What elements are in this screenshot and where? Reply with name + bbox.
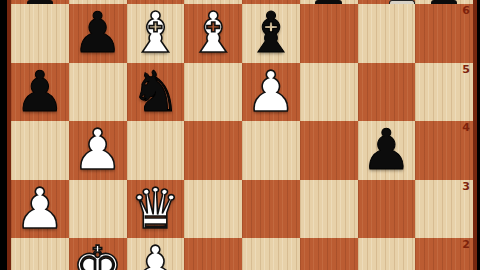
square-f3[interactable] bbox=[300, 180, 358, 239]
piece-white-king-b2[interactable]: ♚ bbox=[69, 238, 127, 270]
piece-black-bishop-e6[interactable]: ♝ bbox=[242, 4, 300, 62]
square-d3[interactable] bbox=[184, 180, 242, 239]
square-b2[interactable]: ♚ bbox=[69, 238, 127, 270]
square-c2[interactable]: ♟ bbox=[127, 238, 185, 270]
piece-white-bishop-d6[interactable]: ♝ bbox=[184, 4, 242, 62]
square-d2[interactable] bbox=[184, 238, 242, 270]
square-a5[interactable]: ♟ bbox=[11, 63, 69, 122]
square-e3[interactable] bbox=[242, 180, 300, 239]
square-f6[interactable] bbox=[300, 4, 358, 63]
square-g4[interactable]: ♟ bbox=[358, 121, 416, 180]
square-b5[interactable] bbox=[69, 63, 127, 122]
piece-black-pawn-g4[interactable]: ♟ bbox=[358, 121, 416, 179]
square-f4[interactable] bbox=[300, 121, 358, 180]
square-b4[interactable]: ♟ bbox=[69, 121, 127, 180]
piece-white-pawn-a3[interactable]: ♟ bbox=[11, 180, 69, 238]
rank-label-6: 6 bbox=[462, 4, 470, 17]
rank-label-5: 5 bbox=[462, 63, 470, 76]
square-g6[interactable] bbox=[358, 4, 416, 63]
square-g5[interactable] bbox=[358, 63, 416, 122]
square-a3[interactable]: ♟ bbox=[11, 180, 69, 239]
square-b3[interactable] bbox=[69, 180, 127, 239]
square-c5[interactable]: ♞ bbox=[127, 63, 185, 122]
piece-black-knight-c5[interactable]: ♞ bbox=[127, 63, 185, 121]
piece-black-pawn-b6[interactable]: ♟ bbox=[69, 4, 127, 62]
square-e2[interactable] bbox=[242, 238, 300, 270]
square-a4[interactable] bbox=[11, 121, 69, 180]
square-g3[interactable] bbox=[358, 180, 416, 239]
square-g2[interactable] bbox=[358, 238, 416, 270]
square-a2[interactable] bbox=[11, 238, 69, 270]
square-c6[interactable]: ♝ bbox=[127, 4, 185, 63]
piece-white-pawn-e5[interactable]: ♟ bbox=[242, 63, 300, 121]
square-h6[interactable]: 6 bbox=[415, 4, 473, 63]
piece-black-pawn-a5[interactable]: ♟ bbox=[11, 63, 69, 121]
square-e4[interactable] bbox=[242, 121, 300, 180]
square-c3[interactable]: ♛ bbox=[127, 180, 185, 239]
rank-label-2: 2 bbox=[462, 238, 470, 251]
rank-label-4: 4 bbox=[462, 121, 470, 134]
square-h4[interactable]: 4 bbox=[415, 121, 473, 180]
chess-board: ♟♝♝♝6♟♞♟5♟♟4♟♛3♚♟2 bbox=[11, 0, 473, 270]
square-b6[interactable]: ♟ bbox=[69, 4, 127, 63]
square-h3[interactable]: 3 bbox=[415, 180, 473, 239]
square-e6[interactable]: ♝ bbox=[242, 4, 300, 63]
rank-label-3: 3 bbox=[462, 180, 470, 193]
square-c4[interactable] bbox=[127, 121, 185, 180]
square-d6[interactable]: ♝ bbox=[184, 4, 242, 63]
piece-white-pawn-c2[interactable]: ♟ bbox=[127, 238, 185, 270]
piece-white-pawn-b4[interactable]: ♟ bbox=[69, 121, 127, 179]
chess-board-frame: ♟♝♝♝6♟♞♟5♟♟4♟♛3♚♟2 bbox=[7, 0, 477, 270]
square-f5[interactable] bbox=[300, 63, 358, 122]
square-e5[interactable]: ♟ bbox=[242, 63, 300, 122]
square-h5[interactable]: 5 bbox=[415, 63, 473, 122]
piece-white-queen-c3[interactable]: ♛ bbox=[127, 180, 185, 238]
square-a6[interactable] bbox=[11, 4, 69, 63]
square-d4[interactable] bbox=[184, 121, 242, 180]
square-f2[interactable] bbox=[300, 238, 358, 270]
piece-white-bishop-c6[interactable]: ♝ bbox=[127, 4, 185, 62]
square-h2[interactable]: 2 bbox=[415, 238, 473, 270]
square-d5[interactable] bbox=[184, 63, 242, 122]
